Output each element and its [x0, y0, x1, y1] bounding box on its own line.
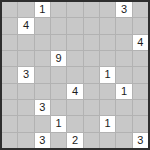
- cell-r5c7-clue: 1: [100, 67, 115, 82]
- cell-r2c8[interactable]: [116, 18, 131, 33]
- cell-r2c4[interactable]: [51, 18, 66, 33]
- cell-r7c6[interactable]: [84, 100, 99, 115]
- cell-r6c5-clue: 4: [67, 84, 82, 99]
- cell-r1c5[interactable]: [67, 2, 82, 17]
- cell-r7c3-clue: 3: [35, 100, 50, 115]
- cell-r6c6[interactable]: [84, 84, 99, 99]
- cell-r5c4[interactable]: [51, 67, 66, 82]
- cell-r4c5[interactable]: [67, 51, 82, 66]
- cell-r4c6[interactable]: [84, 51, 99, 66]
- cell-r7c2[interactable]: [18, 100, 33, 115]
- cell-r1c8-clue: 3: [116, 2, 131, 17]
- cell-r7c7[interactable]: [100, 100, 115, 115]
- cell-r8c6[interactable]: [84, 116, 99, 131]
- cell-r5c9[interactable]: [133, 67, 148, 82]
- cell-r8c1[interactable]: [2, 116, 17, 131]
- cell-r1c7[interactable]: [100, 2, 115, 17]
- cell-r3c5[interactable]: [67, 35, 82, 50]
- cell-r9c3-clue: 3: [35, 133, 50, 148]
- cell-r9c7[interactable]: [100, 133, 115, 148]
- cell-r8c7-clue: 1: [100, 116, 115, 131]
- cell-r6c4[interactable]: [51, 84, 66, 99]
- cell-r7c4[interactable]: [51, 100, 66, 115]
- cell-r4c3[interactable]: [35, 51, 50, 66]
- cell-r4c4-clue: 9: [51, 51, 66, 66]
- cell-r5c2-clue: 3: [18, 67, 33, 82]
- cell-r8c3[interactable]: [35, 116, 50, 131]
- cell-r5c5[interactable]: [67, 67, 82, 82]
- cell-r2c9[interactable]: [133, 18, 148, 33]
- cell-r3c7[interactable]: [100, 35, 115, 50]
- cell-r7c1[interactable]: [2, 100, 17, 115]
- cell-r2c5[interactable]: [67, 18, 82, 33]
- cell-r3c1[interactable]: [2, 35, 17, 50]
- cell-r1c3-clue: 1: [35, 2, 50, 17]
- cell-r8c9[interactable]: [133, 116, 148, 131]
- cell-r9c8[interactable]: [116, 133, 131, 148]
- puzzle-board: 134493141311323: [0, 0, 150, 150]
- cell-r7c8[interactable]: [116, 100, 131, 115]
- cell-r6c7[interactable]: [100, 84, 115, 99]
- cell-r9c4[interactable]: [51, 133, 66, 148]
- cell-r2c3[interactable]: [35, 18, 50, 33]
- cell-r3c4[interactable]: [51, 35, 66, 50]
- cell-r1c4[interactable]: [51, 2, 66, 17]
- cell-r1c6[interactable]: [84, 2, 99, 17]
- cell-r4c7[interactable]: [100, 51, 115, 66]
- cell-r4c2[interactable]: [18, 51, 33, 66]
- cell-r8c5[interactable]: [67, 116, 82, 131]
- cell-r5c8[interactable]: [116, 67, 131, 82]
- cell-r9c6[interactable]: [84, 133, 99, 148]
- cell-r8c2[interactable]: [18, 116, 33, 131]
- cell-r9c2[interactable]: [18, 133, 33, 148]
- cell-r6c1[interactable]: [2, 84, 17, 99]
- cell-r9c9-clue: 3: [133, 133, 148, 148]
- cell-r9c1[interactable]: [2, 133, 17, 148]
- cell-r3c9-clue: 4: [133, 35, 148, 50]
- cell-r3c2[interactable]: [18, 35, 33, 50]
- cell-r1c1[interactable]: [2, 2, 17, 17]
- cell-r2c7[interactable]: [100, 18, 115, 33]
- cell-r6c9[interactable]: [133, 84, 148, 99]
- cell-r7c9[interactable]: [133, 100, 148, 115]
- cell-r4c1[interactable]: [2, 51, 17, 66]
- cell-r8c4-clue: 1: [51, 116, 66, 131]
- cell-r8c8[interactable]: [116, 116, 131, 131]
- cell-r2c2-clue: 4: [18, 18, 33, 33]
- cell-r9c5-clue: 2: [67, 133, 82, 148]
- cell-r2c6[interactable]: [84, 18, 99, 33]
- cell-r4c9[interactable]: [133, 51, 148, 66]
- cell-r6c2[interactable]: [18, 84, 33, 99]
- cell-r2c1[interactable]: [2, 18, 17, 33]
- cell-r1c9[interactable]: [133, 2, 148, 17]
- cell-r3c3[interactable]: [35, 35, 50, 50]
- puzzle-board-container: 134493141311323: [0, 0, 150, 150]
- cell-r6c3[interactable]: [35, 84, 50, 99]
- cell-r7c5[interactable]: [67, 100, 82, 115]
- cell-r4c8[interactable]: [116, 51, 131, 66]
- cell-r5c3[interactable]: [35, 67, 50, 82]
- cell-r5c1[interactable]: [2, 67, 17, 82]
- cell-r3c8[interactable]: [116, 35, 131, 50]
- cell-r5c6[interactable]: [84, 67, 99, 82]
- cell-r1c2[interactable]: [18, 2, 33, 17]
- cell-r3c6[interactable]: [84, 35, 99, 50]
- cell-r6c8-clue: 1: [116, 84, 131, 99]
